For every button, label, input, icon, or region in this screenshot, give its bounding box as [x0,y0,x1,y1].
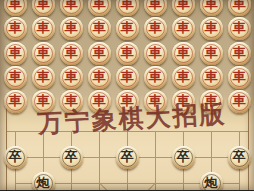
piece-glyph: 卒 [9,150,22,163]
piece-red-chariot[interactable]: 車 [200,90,223,113]
piece-glyph: 車 [233,46,246,59]
piece-red-chariot[interactable]: 車 [200,0,223,16]
piece-red-chariot[interactable]: 車 [172,17,195,40]
piece-glyph: 車 [149,21,162,34]
piece-black-soldier[interactable]: 卒 [60,146,83,169]
piece-glyph: 炮 [37,176,50,189]
piece-red-chariot[interactable]: 車 [228,90,251,113]
piece-red-chariot[interactable]: 車 [32,66,55,89]
piece-glyph: 車 [177,70,190,83]
piece-red-chariot[interactable]: 車 [4,90,27,113]
piece-red-chariot[interactable]: 車 [60,17,83,40]
piece-red-chariot[interactable]: 車 [4,66,27,89]
piece-glyph: 炮 [205,176,218,189]
piece-red-chariot[interactable]: 車 [32,90,55,113]
piece-glyph: 車 [37,46,50,59]
piece-red-chariot[interactable]: 車 [88,0,111,16]
piece-glyph: 車 [93,46,106,59]
piece-red-chariot[interactable]: 車 [116,42,139,65]
piece-red-chariot[interactable]: 車 [144,0,167,16]
piece-glyph: 車 [37,21,50,34]
piece-glyph: 車 [37,94,50,107]
piece-glyph: 車 [149,0,162,10]
piece-glyph: 車 [121,70,134,83]
piece-glyph: 車 [121,0,134,10]
game-screen: 車車車車車車車車車車車車車車車車車車車車車車車車車車車車車車車車車車車車車車車車… [0,0,254,190]
piece-red-chariot[interactable]: 車 [32,17,55,40]
piece-red-chariot[interactable]: 車 [4,42,27,65]
piece-red-chariot[interactable]: 車 [200,42,223,65]
piece-red-chariot[interactable]: 車 [4,0,27,16]
piece-red-chariot[interactable]: 車 [32,42,55,65]
piece-red-chariot[interactable]: 車 [60,90,83,113]
piece-glyph: 車 [93,94,106,107]
piece-black-cannon[interactable]: 炮 [200,172,223,191]
piece-glyph: 車 [9,70,22,83]
piece-glyph: 車 [93,70,106,83]
piece-red-chariot[interactable]: 車 [32,0,55,16]
piece-glyph: 車 [149,70,162,83]
piece-red-chariot[interactable]: 車 [116,66,139,89]
piece-glyph: 車 [177,46,190,59]
piece-red-chariot[interactable]: 車 [116,17,139,40]
piece-glyph: 車 [65,0,78,10]
piece-glyph: 車 [93,21,106,34]
piece-red-chariot[interactable]: 車 [228,17,251,40]
piece-glyph: 卒 [121,150,134,163]
piece-glyph: 車 [93,0,106,10]
xiangqi-board[interactable]: 車車車車車車車車車車車車車車車車車車車車車車車車車車車車車車車車車車車車車車車車… [0,0,254,190]
piece-glyph: 卒 [65,150,78,163]
piece-glyph: 車 [149,94,162,107]
piece-glyph: 車 [9,0,22,10]
piece-glyph: 車 [205,0,218,10]
piece-red-chariot[interactable]: 車 [60,0,83,16]
piece-red-chariot[interactable]: 車 [228,0,251,16]
piece-red-chariot[interactable]: 車 [116,90,139,113]
piece-glyph: 車 [121,21,134,34]
piece-black-soldier[interactable]: 卒 [4,146,27,169]
piece-glyph: 車 [9,94,22,107]
piece-glyph: 車 [121,94,134,107]
piece-red-chariot[interactable]: 車 [144,90,167,113]
piece-red-chariot[interactable]: 車 [144,66,167,89]
piece-red-chariot[interactable]: 車 [172,90,195,113]
piece-red-chariot[interactable]: 車 [4,17,27,40]
piece-red-chariot[interactable]: 車 [88,90,111,113]
piece-black-cannon[interactable]: 炮 [32,172,55,191]
piece-glyph: 車 [233,21,246,34]
piece-glyph: 車 [177,21,190,34]
piece-red-chariot[interactable]: 車 [200,66,223,89]
piece-red-chariot[interactable]: 車 [172,42,195,65]
piece-red-chariot[interactable]: 車 [60,66,83,89]
piece-glyph: 卒 [177,150,190,163]
piece-red-chariot[interactable]: 車 [88,66,111,89]
piece-glyph: 車 [65,21,78,34]
piece-glyph: 車 [205,46,218,59]
piece-red-chariot[interactable]: 車 [172,0,195,16]
piece-red-chariot[interactable]: 車 [60,42,83,65]
piece-red-chariot[interactable]: 車 [116,0,139,16]
file-line [155,131,156,190]
piece-red-chariot[interactable]: 車 [88,42,111,65]
piece-red-chariot[interactable]: 車 [200,17,223,40]
piece-glyph: 車 [149,46,162,59]
piece-glyph: 車 [65,46,78,59]
piece-black-soldier[interactable]: 卒 [116,146,139,169]
piece-glyph: 車 [205,70,218,83]
piece-red-chariot[interactable]: 車 [144,17,167,40]
piece-glyph: 車 [205,21,218,34]
piece-black-soldier[interactable]: 卒 [228,146,251,169]
piece-glyph: 卒 [233,150,246,163]
piece-glyph: 車 [205,94,218,107]
piece-red-chariot[interactable]: 車 [88,17,111,40]
piece-black-soldier[interactable]: 卒 [172,146,195,169]
file-line [99,131,100,190]
piece-red-chariot[interactable]: 車 [172,66,195,89]
piece-glyph: 車 [177,94,190,107]
piece-glyph: 車 [233,70,246,83]
piece-glyph: 車 [233,94,246,107]
piece-glyph: 車 [65,70,78,83]
piece-red-chariot[interactable]: 車 [228,66,251,89]
piece-glyph: 車 [9,46,22,59]
piece-glyph: 車 [9,21,22,34]
piece-glyph: 車 [37,70,50,83]
piece-red-chariot[interactable]: 車 [144,42,167,65]
piece-glyph: 車 [177,0,190,10]
piece-glyph: 車 [233,0,246,10]
piece-glyph: 車 [37,0,50,10]
piece-glyph: 車 [121,46,134,59]
piece-glyph: 車 [65,94,78,107]
piece-red-chariot[interactable]: 車 [228,42,251,65]
